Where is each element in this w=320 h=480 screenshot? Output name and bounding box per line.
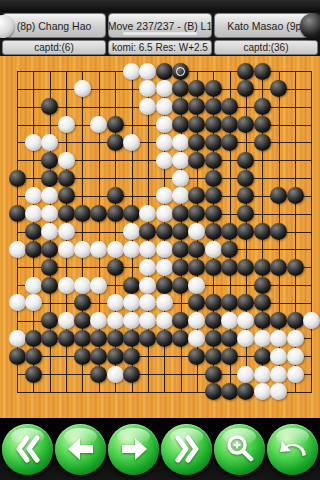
black-stone [205, 312, 222, 329]
white-stone [156, 312, 173, 329]
black-stone [221, 98, 238, 115]
white-stone [41, 187, 58, 204]
black-stone [270, 259, 287, 276]
player-left-name: (8p) Chang Hao [2, 13, 106, 38]
step-back-button[interactable] [55, 424, 106, 475]
white-stone [188, 277, 205, 294]
black-stone [205, 98, 222, 115]
black-stone [254, 348, 271, 365]
black-stone [25, 223, 42, 240]
black-stone [188, 294, 205, 311]
white-stone [90, 312, 107, 329]
white-stone [9, 330, 26, 347]
black-stone [58, 330, 75, 347]
black-stone [25, 330, 42, 347]
black-stone [205, 294, 222, 311]
black-stone [156, 63, 173, 80]
white-stone [139, 312, 156, 329]
black-stone [172, 241, 189, 258]
black-stone [188, 187, 205, 204]
black-stone [237, 170, 254, 187]
black-stone [172, 312, 189, 329]
white-stone [254, 366, 271, 383]
white-stone [156, 134, 173, 151]
black-stone [254, 63, 271, 80]
black-stone [74, 294, 91, 311]
black-stone [188, 80, 205, 97]
move-counter[interactable]: Move 237/237 - (B) L1 [108, 13, 212, 38]
black-stone [237, 152, 254, 169]
black-stone [123, 330, 140, 347]
black-stone [205, 134, 222, 151]
black-stone [270, 223, 287, 240]
black-stone [25, 366, 42, 383]
black-stone [41, 98, 58, 115]
black-stone [254, 312, 271, 329]
double-chevron-right-icon [172, 434, 202, 464]
white-stone [237, 366, 254, 383]
white-stone [287, 366, 304, 383]
black-stone [156, 330, 173, 347]
white-stone [58, 116, 75, 133]
black-stone [205, 80, 222, 97]
white-stone [9, 294, 26, 311]
black-stone [188, 348, 205, 365]
zoom-in-button[interactable] [214, 424, 265, 475]
black-stone [41, 330, 58, 347]
black-stone [254, 134, 271, 151]
black-stone [41, 241, 58, 258]
white-stone [25, 294, 42, 311]
game-info-header: (8p) Chang Hao Move 237/237 - (B) L1 Kat… [0, 12, 320, 56]
black-stone [188, 241, 205, 258]
white-stone [172, 134, 189, 151]
black-stone [41, 259, 58, 276]
white-stone [58, 241, 75, 258]
white-stone [156, 80, 173, 97]
black-stone [41, 170, 58, 187]
black-stone [188, 98, 205, 115]
white-stone [270, 366, 287, 383]
white-stone [172, 170, 189, 187]
black-stone [188, 152, 205, 169]
white-stone [156, 294, 173, 311]
white-stone [156, 187, 173, 204]
black-stone [107, 205, 124, 222]
white-stone [254, 330, 271, 347]
white-stone [74, 277, 91, 294]
black-stone [254, 259, 271, 276]
white-stone [25, 277, 42, 294]
black-stone [237, 63, 254, 80]
black-stone [205, 170, 222, 187]
undo-return-button[interactable] [267, 424, 318, 475]
black-stone [41, 277, 58, 294]
double-chevron-left-icon [13, 434, 43, 464]
navigation-toolbar [0, 418, 320, 480]
white-stone [74, 80, 91, 97]
app-screen: (8p) Chang Hao Move 237/237 - (B) L1 Kat… [0, 0, 320, 480]
black-stone [172, 63, 189, 80]
black-stone [9, 348, 26, 365]
black-stone [221, 259, 238, 276]
black-stone [107, 116, 124, 133]
white-stone [58, 312, 75, 329]
black-stone [205, 330, 222, 347]
white-stone [139, 294, 156, 311]
white-stone [156, 241, 173, 258]
black-stone [205, 366, 222, 383]
white-stone [254, 383, 271, 400]
white-stone [156, 259, 173, 276]
white-stone [172, 187, 189, 204]
black-stone [107, 348, 124, 365]
white-stone [139, 241, 156, 258]
black-stone [74, 330, 91, 347]
magnifier-plus-icon [224, 433, 256, 465]
black-stone [107, 259, 124, 276]
black-stone [9, 170, 26, 187]
black-stone [254, 223, 271, 240]
white-stone [90, 241, 107, 258]
white-stone [156, 116, 173, 133]
black-stone [107, 187, 124, 204]
black-stone [237, 294, 254, 311]
white-stone [221, 312, 238, 329]
black-stone [205, 259, 222, 276]
status-strip [0, 0, 320, 12]
white-stone [270, 348, 287, 365]
black-stone [156, 223, 173, 240]
black-stone [221, 223, 238, 240]
black-stone [270, 80, 287, 97]
white-stone [90, 116, 107, 133]
black-stone [9, 205, 26, 222]
white-stone [123, 241, 140, 258]
black-stone [74, 312, 91, 329]
arrow-right-icon [118, 433, 150, 465]
black-stone [270, 312, 287, 329]
black-stone [172, 259, 189, 276]
black-stone [254, 116, 271, 133]
white-stone [107, 312, 124, 329]
last-move-marker [176, 67, 185, 76]
black-stone [139, 330, 156, 347]
black-stone [139, 223, 156, 240]
black-stone [237, 187, 254, 204]
white-stone [156, 98, 173, 115]
white-stone [9, 241, 26, 258]
black-stone [270, 187, 287, 204]
black-stone [74, 348, 91, 365]
black-stone [287, 187, 304, 204]
white-stone [188, 330, 205, 347]
white-stone [123, 223, 140, 240]
black-stone [41, 152, 58, 169]
black-stone [58, 205, 75, 222]
white-stone [237, 330, 254, 347]
black-stone [221, 348, 238, 365]
white-stone [90, 277, 107, 294]
black-stone [221, 330, 238, 347]
black-stone [58, 187, 75, 204]
white-stone [139, 277, 156, 294]
white-stone [156, 152, 173, 169]
black-stone [205, 205, 222, 222]
black-stone [25, 348, 42, 365]
black-stone [172, 205, 189, 222]
fast-forward-to-end-button[interactable] [161, 424, 212, 475]
white-stone [156, 205, 173, 222]
white-stone [270, 330, 287, 347]
black-stone [123, 366, 140, 383]
black-stone [188, 259, 205, 276]
step-forward-button[interactable] [108, 424, 159, 475]
white-stone [25, 187, 42, 204]
black-stone [205, 383, 222, 400]
black-stone [172, 116, 189, 133]
black-stone [237, 259, 254, 276]
black-stone [172, 223, 189, 240]
white-stone [139, 98, 156, 115]
black-stone [156, 277, 173, 294]
black-stone [221, 294, 238, 311]
black-player-stone-icon [300, 13, 320, 39]
white-stone [74, 241, 91, 258]
black-stone [287, 312, 304, 329]
black-stone [90, 366, 107, 383]
white-stone [58, 277, 75, 294]
black-stone [107, 330, 124, 347]
white-stone [58, 223, 75, 240]
white-stone [25, 205, 42, 222]
black-stone [221, 134, 238, 151]
white-stone [139, 80, 156, 97]
komi-result-label: komi: 6.5 Res: W+2.5 [108, 40, 212, 55]
white-stone [205, 241, 222, 258]
captured-right-label: captd:(36) [214, 40, 318, 55]
white-stone [188, 312, 205, 329]
move-progress-underline [123, 32, 197, 35]
black-stone [25, 241, 42, 258]
white-stone [41, 223, 58, 240]
black-stone [90, 348, 107, 365]
white-stone [139, 205, 156, 222]
white-stone [287, 348, 304, 365]
black-stone [254, 294, 271, 311]
black-stone [287, 259, 304, 276]
black-stone [74, 205, 91, 222]
black-stone [237, 383, 254, 400]
white-stone [107, 241, 124, 258]
black-stone [123, 277, 140, 294]
curved-back-arrow-icon [277, 433, 309, 465]
white-stone [188, 223, 205, 240]
white-stone [172, 152, 189, 169]
white-stone [123, 134, 140, 151]
white-stone [107, 294, 124, 311]
black-stone [107, 134, 124, 151]
white-stone [123, 294, 140, 311]
black-stone [221, 383, 238, 400]
black-stone [254, 98, 271, 115]
black-stone [188, 134, 205, 151]
black-stone [172, 330, 189, 347]
black-stone [205, 116, 222, 133]
black-stone [123, 348, 140, 365]
black-stone [172, 277, 189, 294]
white-stone [287, 330, 304, 347]
black-stone [237, 223, 254, 240]
black-stone [41, 312, 58, 329]
black-stone [237, 116, 254, 133]
white-stone [107, 366, 124, 383]
arrow-left-icon [65, 433, 97, 465]
white-stone [123, 312, 140, 329]
black-stone [188, 205, 205, 222]
black-stone [123, 205, 140, 222]
black-stone [221, 116, 238, 133]
white-stone [270, 383, 287, 400]
go-board[interactable] [0, 56, 320, 418]
black-stone [188, 116, 205, 133]
black-stone [205, 348, 222, 365]
captured-left-label: captd:(6) [2, 40, 106, 55]
white-stone [123, 63, 140, 80]
white-stone [41, 205, 58, 222]
black-stone [205, 152, 222, 169]
black-stone [90, 330, 107, 347]
white-stone [25, 134, 42, 151]
move-counter-label: Move 237/237 - (B) L1 [108, 20, 212, 32]
white-stone [303, 312, 320, 329]
white-stone [41, 134, 58, 151]
black-stone [205, 187, 222, 204]
white-stone [139, 63, 156, 80]
black-stone [254, 277, 271, 294]
white-stone [237, 312, 254, 329]
white-stone [139, 259, 156, 276]
black-stone [172, 80, 189, 97]
black-stone [237, 205, 254, 222]
black-stone [90, 205, 107, 222]
black-stone [221, 241, 238, 258]
black-stone [58, 170, 75, 187]
white-stone [58, 152, 75, 169]
black-stone [205, 223, 222, 240]
black-stone [172, 98, 189, 115]
black-stone [237, 80, 254, 97]
board-vline [311, 71, 312, 393]
rewind-to-start-button[interactable] [2, 424, 53, 475]
